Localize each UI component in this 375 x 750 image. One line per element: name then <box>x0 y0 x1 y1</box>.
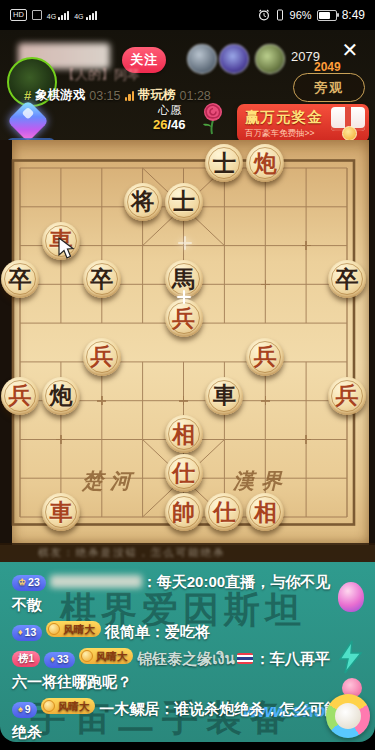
sparkle-effect <box>178 236 192 250</box>
fan-coin-icon <box>81 650 93 662</box>
hd-icon: HD <box>10 9 27 21</box>
point-marker <box>179 396 188 405</box>
mouse-cursor <box>56 236 78 260</box>
point-marker <box>302 241 311 250</box>
badge-icon: ♦ <box>50 648 55 671</box>
chat-message: ♠9风晴大一木鳏居：谁说杀炮绝杀，怎么可能绝杀 <box>12 697 342 742</box>
river-label-left: 楚河 <box>82 467 138 495</box>
badge-icon: ♔ <box>18 571 26 594</box>
piece-black-advisor[interactable]: 士 <box>165 183 203 221</box>
chat-panel[interactable]: 棋界爱因斯坦 宇宙二手装备 www.shouyu ♔23：每天20:00直播，与… <box>0 562 375 742</box>
piece-black-cannon[interactable]: 炮 <box>42 377 80 415</box>
piece-glyph: 将 <box>131 190 154 213</box>
chat-username[interactable]: 锦钰泰之缘เงิน <box>137 650 235 667</box>
chat-username[interactable]: 一木鳏居 <box>99 700 159 717</box>
bottom-bar <box>0 742 375 750</box>
piece-glyph: 士 <box>213 152 236 175</box>
status-bar: HD 4G 4G 96% 8:49 <box>0 0 375 30</box>
chat-message: 榜1♦33风晴大锦钰泰之缘เงิน：车八再平六一将往哪跑呢？ <box>12 647 342 693</box>
level-badge: ♦13 <box>12 625 42 641</box>
piece-glyph: 兵 <box>90 345 113 368</box>
chat-list: ♔23：每天20:00直播，与你不见不散♦13风晴大很简单：爱吃将榜1♦33风晴… <box>12 570 342 742</box>
fan-coin-icon <box>48 623 60 635</box>
point-marker <box>261 396 270 405</box>
ticker-bar: 棋友：绝杀是没错，怎么可能绝杀 <box>0 543 375 562</box>
piece-glyph: 卒 <box>9 268 32 291</box>
piece-glyph: 兵 <box>254 345 277 368</box>
badge-icon: ♦ <box>18 621 23 644</box>
play-rank-entry[interactable]: 带玩榜 <box>138 87 176 104</box>
piece-glyph: 卒 <box>336 268 359 291</box>
piece-red-pawn[interactable]: 兵 <box>328 377 366 415</box>
piece-red-pawn[interactable]: 兵 <box>1 377 39 415</box>
fan-badge: 风晴大 <box>41 698 96 714</box>
piece-black-pawn[interactable]: 卒 <box>83 260 121 298</box>
gold-coin-icon <box>342 126 357 141</box>
banner-title: 赢万元奖金 <box>245 108 323 127</box>
piece-glyph: 卒 <box>90 268 113 291</box>
river-label-right: 漢界 <box>233 467 289 495</box>
piece-glyph: 炮 <box>49 384 72 407</box>
piece-red-pawn[interactable]: 兵 <box>246 338 284 376</box>
fan-badge: 风晴大 <box>79 648 134 664</box>
piece-red-chariot[interactable]: 車 <box>42 493 80 531</box>
point-marker <box>97 396 106 405</box>
timer-left: 03:15 <box>89 89 120 103</box>
streamer-tag: 【人的】阿琴 <box>62 66 140 84</box>
sim-icon <box>32 10 42 20</box>
piece-black-king[interactable]: 将 <box>124 183 162 221</box>
piece-glyph: 馬 <box>172 268 195 291</box>
wish-total: /46 <box>167 117 185 132</box>
status-time: 8:49 <box>342 8 365 22</box>
rose-icon[interactable] <box>196 100 230 136</box>
piece-glyph: 炮 <box>254 152 277 175</box>
wish-progress: 26/46 <box>153 117 186 132</box>
piece-glyph: 相 <box>254 501 277 524</box>
fan-coin-icon <box>43 700 55 712</box>
ticker-text: 棋友：绝杀是没错，怎么可能绝杀 <box>38 546 226 560</box>
hash-icon: # <box>24 88 31 103</box>
level-badge: ♠9 <box>12 702 37 718</box>
lightning-gift-icon[interactable] <box>336 640 364 674</box>
chart-bars-icon <box>125 91 135 101</box>
battery-percent: 96% <box>290 9 312 21</box>
game-tag[interactable]: 象棋游戏 <box>35 87 85 104</box>
room-tag-row: # 象棋游戏 03:15 带玩榜 01:28 <box>24 87 211 104</box>
viewer-avatar[interactable] <box>255 44 285 74</box>
xiangqi-board[interactable]: 楚河 漢界 士将士卒卒馬卒炮車炮車兵兵兵兵兵相仕車帥仕相 <box>0 140 375 545</box>
piece-glyph: 兵 <box>172 307 195 330</box>
level-badge: ♦33 <box>44 652 74 668</box>
piece-glyph: 車 <box>49 501 72 524</box>
chat-username[interactable]: 很简单 <box>105 623 150 640</box>
fan-badge: 风晴大 <box>46 621 101 637</box>
piece-red-pawn[interactable]: 兵 <box>165 299 203 337</box>
piece-red-elephant[interactable]: 相 <box>246 493 284 531</box>
wish-current: 26 <box>153 117 167 132</box>
piece-red-cannon[interactable]: 炮 <box>246 144 284 182</box>
piece-glyph: 相 <box>172 423 195 446</box>
piece-glyph: 帥 <box>172 501 195 524</box>
signal-icon-2: 4G <box>74 11 96 20</box>
chat-text: ：爱吃将 <box>150 623 210 640</box>
prize-banner[interactable]: 赢万元奖金 百万豪车免费抽>> <box>237 104 369 142</box>
piece-glyph: 車 <box>213 384 236 407</box>
chat-message: ♔23：每天20:00直播，与你不见不散 <box>12 570 342 616</box>
live-stream-screen: HD 4G 4G 96% 8:49 关注 2079 ✕ 2049 旁观 【人的】… <box>0 0 375 750</box>
piece-glyph: 仕 <box>172 462 195 485</box>
coin-count: 2049 <box>314 60 341 74</box>
viewer-avatar[interactable] <box>219 44 249 74</box>
spectate-button[interactable]: 旁观 <box>293 73 365 102</box>
chat-message: ♦13风晴大很简单：爱吃将 <box>12 620 342 643</box>
piece-glyph: 兵 <box>9 384 32 407</box>
thailand-flag-icon <box>237 653 253 664</box>
wish-label: 心愿 <box>158 103 182 118</box>
vibrate-icon <box>275 9 285 21</box>
point-marker <box>56 435 65 444</box>
piece-red-advisor[interactable]: 仕 <box>165 454 203 492</box>
viewer-avatar[interactable] <box>187 44 217 74</box>
sparkle-effect <box>177 290 191 304</box>
ball-gift-icon[interactable] <box>326 694 370 738</box>
battery-icon <box>317 10 337 21</box>
piece-red-elephant[interactable]: 相 <box>165 415 203 453</box>
point-marker <box>302 435 311 444</box>
piece-black-chariot[interactable]: 車 <box>205 377 243 415</box>
piece-glyph: 仕 <box>213 501 236 524</box>
alarm-icon <box>258 9 270 21</box>
badge-icon: ♠ <box>18 698 23 721</box>
piece-red-king[interactable]: 帥 <box>165 493 203 531</box>
rank-badge: 榜1 <box>12 651 40 667</box>
gift-egg-icon[interactable] <box>338 582 364 612</box>
piece-glyph: 士 <box>172 190 195 213</box>
signal-icon-1: 4G <box>47 11 69 20</box>
blurred-username <box>50 575 142 588</box>
banner-subtitle: 百万豪车免费抽>> <box>245 128 314 140</box>
piece-glyph: 兵 <box>336 384 359 407</box>
level-badge: ♔23 <box>12 575 46 591</box>
piece-red-pawn[interactable]: 兵 <box>83 338 121 376</box>
point-marker <box>261 280 270 289</box>
